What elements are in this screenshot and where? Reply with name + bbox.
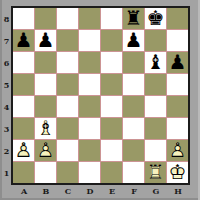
square-g6[interactable]: ♝ — [145, 52, 166, 73]
square-c8[interactable] — [57, 8, 78, 29]
square-h8[interactable] — [167, 8, 188, 29]
black-rook-glyph: ♜ — [123, 8, 144, 29]
white-pawn-piece[interactable]: ♟♙ — [35, 140, 56, 161]
square-f6[interactable] — [123, 52, 144, 73]
square-b6[interactable] — [35, 52, 56, 73]
rank-label-1: 1 — [2, 162, 11, 184]
square-a5[interactable] — [13, 74, 34, 95]
white-pawn-glyph-fill: ♟ — [35, 140, 56, 161]
square-e4[interactable] — [101, 96, 122, 117]
square-g4[interactable] — [145, 96, 166, 117]
file-label-a: A — [13, 186, 35, 196]
square-h3[interactable] — [167, 118, 188, 139]
square-c6[interactable] — [57, 52, 78, 73]
white-pawn-glyph-fill: ♟ — [167, 140, 188, 161]
black-king-piece[interactable]: ♚ — [145, 8, 166, 29]
file-label-g: G — [145, 186, 167, 196]
square-e2[interactable] — [101, 140, 122, 161]
square-h1[interactable]: ♚♔ — [167, 162, 188, 183]
square-b1[interactable] — [35, 162, 56, 183]
square-d1[interactable] — [79, 162, 100, 183]
square-a1[interactable] — [13, 162, 34, 183]
white-pawn-glyph-fill: ♟ — [13, 140, 34, 161]
white-pawn-glyph-outline: ♙ — [35, 140, 56, 161]
square-g3[interactable] — [145, 118, 166, 139]
square-a2[interactable]: ♟♙ — [13, 140, 34, 161]
square-f2[interactable] — [123, 140, 144, 161]
rank-label-2: 2 — [2, 140, 11, 162]
rank-label-5: 5 — [2, 74, 11, 96]
rank-label-7: 7 — [2, 30, 11, 52]
square-g8[interactable]: ♚ — [145, 8, 166, 29]
square-f3[interactable] — [123, 118, 144, 139]
square-c3[interactable] — [57, 118, 78, 139]
rank-label-6: 6 — [2, 52, 11, 74]
black-pawn-piece[interactable]: ♟ — [167, 52, 188, 73]
square-e6[interactable] — [101, 52, 122, 73]
square-h6[interactable]: ♟ — [167, 52, 188, 73]
file-label-d: D — [79, 186, 101, 196]
square-d2[interactable] — [79, 140, 100, 161]
square-e3[interactable] — [101, 118, 122, 139]
square-d3[interactable] — [79, 118, 100, 139]
square-h2[interactable]: ♟♙ — [167, 140, 188, 161]
white-rook-glyph-fill: ♜ — [145, 162, 166, 183]
black-pawn-piece[interactable]: ♟ — [13, 30, 34, 51]
square-g2[interactable] — [145, 140, 166, 161]
square-f5[interactable] — [123, 74, 144, 95]
square-a3[interactable] — [13, 118, 34, 139]
square-c5[interactable] — [57, 74, 78, 95]
file-label-h: H — [167, 186, 189, 196]
white-king-piece[interactable]: ♚♔ — [167, 162, 188, 183]
black-pawn-glyph: ♟ — [13, 30, 34, 51]
rank-label-8: 8 — [2, 8, 11, 30]
rank-label-3: 3 — [2, 118, 11, 140]
square-b3[interactable]: ♝♗ — [35, 118, 56, 139]
file-labels: ABCDEFGH — [13, 186, 189, 196]
white-pawn-glyph-outline: ♙ — [167, 140, 188, 161]
white-bishop-glyph-outline: ♗ — [35, 118, 56, 139]
square-g7[interactable] — [145, 30, 166, 51]
square-d7[interactable] — [79, 30, 100, 51]
square-e5[interactable] — [101, 74, 122, 95]
white-rook-glyph-outline: ♖ — [145, 162, 166, 183]
black-pawn-glyph: ♟ — [167, 52, 188, 73]
file-label-c: C — [57, 186, 79, 196]
square-h4[interactable] — [167, 96, 188, 117]
black-rook-piece[interactable]: ♜ — [123, 8, 144, 29]
square-b5[interactable] — [35, 74, 56, 95]
square-e8[interactable] — [101, 8, 122, 29]
black-pawn-glyph: ♟ — [35, 30, 56, 51]
file-label-e: E — [101, 186, 123, 196]
chess-app-window: 87654321 ♜♚♟♟♟♝♟♝♗♟♙♟♙♟♙♜♖♚♔ ABCDEFGH — [0, 0, 200, 200]
square-b8[interactable] — [35, 8, 56, 29]
black-pawn-piece[interactable]: ♟ — [123, 30, 144, 51]
white-pawn-piece[interactable]: ♟♙ — [13, 140, 34, 161]
square-a8[interactable] — [13, 8, 34, 29]
board: ♜♚♟♟♟♝♟♝♗♟♙♟♙♟♙♜♖♚♔ — [11, 6, 190, 185]
black-king-glyph: ♚ — [145, 8, 166, 29]
square-a4[interactable] — [13, 96, 34, 117]
square-f7[interactable]: ♟ — [123, 30, 144, 51]
square-h5[interactable] — [167, 74, 188, 95]
square-c2[interactable] — [57, 140, 78, 161]
black-pawn-glyph: ♟ — [123, 30, 144, 51]
rank-label-4: 4 — [2, 96, 11, 118]
white-king-glyph-fill: ♚ — [167, 162, 188, 183]
square-f8[interactable]: ♜ — [123, 8, 144, 29]
square-g1[interactable]: ♜♖ — [145, 162, 166, 183]
square-b7[interactable]: ♟ — [35, 30, 56, 51]
square-c1[interactable] — [57, 162, 78, 183]
black-bishop-piece[interactable]: ♝ — [145, 52, 166, 73]
square-c4[interactable] — [57, 96, 78, 117]
square-b4[interactable] — [35, 96, 56, 117]
black-pawn-piece[interactable]: ♟ — [35, 30, 56, 51]
square-d8[interactable] — [79, 8, 100, 29]
square-d6[interactable] — [79, 52, 100, 73]
square-f1[interactable] — [123, 162, 144, 183]
white-king-glyph-outline: ♔ — [167, 162, 188, 183]
file-label-f: F — [123, 186, 145, 196]
square-a7[interactable]: ♟ — [13, 30, 34, 51]
white-rook-piece[interactable]: ♜♖ — [145, 162, 166, 183]
file-label-b: B — [35, 186, 57, 196]
square-b2[interactable]: ♟♙ — [35, 140, 56, 161]
square-d4[interactable] — [79, 96, 100, 117]
square-a6[interactable] — [13, 52, 34, 73]
rank-labels: 87654321 — [2, 8, 11, 184]
square-f4[interactable] — [123, 96, 144, 117]
black-bishop-glyph: ♝ — [145, 52, 166, 73]
white-pawn-glyph-outline: ♙ — [13, 140, 34, 161]
square-c7[interactable] — [57, 30, 78, 51]
white-bishop-piece[interactable]: ♝♗ — [35, 118, 56, 139]
square-h7[interactable] — [167, 30, 188, 51]
square-e1[interactable] — [101, 162, 122, 183]
square-e7[interactable] — [101, 30, 122, 51]
square-d5[interactable] — [79, 74, 100, 95]
white-pawn-piece[interactable]: ♟♙ — [167, 140, 188, 161]
square-g5[interactable] — [145, 74, 166, 95]
white-bishop-glyph-fill: ♝ — [35, 118, 56, 139]
